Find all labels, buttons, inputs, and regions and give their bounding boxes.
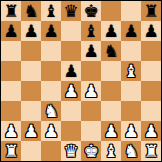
square-b1[interactable] [21, 141, 41, 161]
square-c3[interactable]: ♞ [41, 101, 61, 121]
square-d3[interactable] [61, 101, 81, 121]
square-c4[interactable] [41, 81, 61, 101]
square-d7[interactable] [61, 21, 81, 41]
piece-white-knight[interactable]: ♞ [123, 143, 138, 160]
square-c8[interactable]: ♝ [41, 1, 61, 21]
square-d8[interactable]: ♛ [61, 1, 81, 21]
square-g1[interactable]: ♞ [121, 141, 141, 161]
square-h8[interactable]: ♜ [141, 1, 161, 21]
square-g4[interactable] [121, 81, 141, 101]
square-g7[interactable]: ♟ [121, 21, 141, 41]
square-c7[interactable]: ♟ [41, 21, 61, 41]
piece-white-king[interactable]: ♚ [83, 143, 98, 160]
square-e8[interactable]: ♚ [81, 1, 101, 21]
square-d6[interactable] [61, 41, 81, 61]
piece-white-pawn[interactable]: ♟ [43, 123, 58, 140]
piece-black-queen[interactable]: ♛ [63, 3, 78, 20]
piece-black-pawn[interactable]: ♟ [123, 23, 138, 40]
square-g6[interactable] [121, 41, 141, 61]
square-e2[interactable] [81, 121, 101, 141]
square-e7[interactable]: ♝ [81, 21, 101, 41]
square-f4[interactable] [101, 81, 121, 101]
square-a4[interactable] [1, 81, 21, 101]
piece-black-pawn[interactable]: ♟ [3, 23, 18, 40]
square-b2[interactable]: ♟ [21, 121, 41, 141]
piece-white-queen[interactable]: ♛ [63, 143, 78, 160]
square-f3[interactable] [101, 101, 121, 121]
piece-black-pawn[interactable]: ♟ [103, 23, 118, 40]
square-h4[interactable] [141, 81, 161, 101]
piece-black-bishop[interactable]: ♝ [83, 23, 98, 40]
square-d1[interactable]: ♛ [61, 141, 81, 161]
piece-white-rook[interactable]: ♜ [143, 143, 158, 160]
chess-board: ♜♞♝♛♚♜♟♟♟♝♟♟♟♟♞♟♝♟♟♞♟♟♟♟♟♟♜♛♚♝♞♜ [1, 1, 161, 161]
piece-white-pawn[interactable]: ♟ [143, 123, 158, 140]
square-h5[interactable] [141, 61, 161, 81]
square-e4[interactable]: ♟ [81, 81, 101, 101]
square-d2[interactable] [61, 121, 81, 141]
square-f7[interactable]: ♟ [101, 21, 121, 41]
piece-black-pawn[interactable]: ♟ [23, 23, 38, 40]
piece-white-bishop[interactable]: ♝ [123, 63, 138, 80]
piece-black-bishop[interactable]: ♝ [43, 3, 58, 20]
square-b3[interactable] [21, 101, 41, 121]
square-a7[interactable]: ♟ [1, 21, 21, 41]
square-g5[interactable]: ♝ [121, 61, 141, 81]
square-b6[interactable] [21, 41, 41, 61]
square-c6[interactable] [41, 41, 61, 61]
piece-white-pawn[interactable]: ♟ [63, 83, 78, 100]
piece-black-king[interactable]: ♚ [83, 3, 98, 20]
square-e6[interactable]: ♟ [81, 41, 101, 61]
piece-white-pawn[interactable]: ♟ [83, 83, 98, 100]
piece-white-pawn[interactable]: ♟ [3, 123, 18, 140]
square-d4[interactable]: ♟ [61, 81, 81, 101]
piece-black-knight[interactable]: ♞ [103, 43, 118, 60]
piece-white-pawn[interactable]: ♟ [103, 123, 118, 140]
square-c1[interactable] [41, 141, 61, 161]
piece-white-knight[interactable]: ♞ [43, 103, 58, 120]
piece-black-rook[interactable]: ♜ [143, 3, 158, 20]
square-e1[interactable]: ♚ [81, 141, 101, 161]
square-h3[interactable] [141, 101, 161, 121]
chess-board-frame: ♜♞♝♛♚♜♟♟♟♝♟♟♟♟♞♟♝♟♟♞♟♟♟♟♟♟♜♛♚♝♞♜ [0, 0, 162, 162]
square-a2[interactable]: ♟ [1, 121, 21, 141]
square-a1[interactable]: ♜ [1, 141, 21, 161]
square-h6[interactable] [141, 41, 161, 61]
square-h7[interactable]: ♟ [141, 21, 161, 41]
piece-white-bishop[interactable]: ♝ [103, 143, 118, 160]
piece-black-rook[interactable]: ♜ [3, 3, 18, 20]
square-b4[interactable] [21, 81, 41, 101]
square-g8[interactable] [121, 1, 141, 21]
piece-black-knight[interactable]: ♞ [23, 3, 38, 20]
square-c2[interactable]: ♟ [41, 121, 61, 141]
piece-black-pawn[interactable]: ♟ [43, 23, 58, 40]
square-b7[interactable]: ♟ [21, 21, 41, 41]
square-d5[interactable]: ♟ [61, 61, 81, 81]
piece-black-pawn[interactable]: ♟ [83, 43, 98, 60]
square-a5[interactable] [1, 61, 21, 81]
square-e5[interactable] [81, 61, 101, 81]
square-a8[interactable]: ♜ [1, 1, 21, 21]
square-g3[interactable] [121, 101, 141, 121]
square-h1[interactable]: ♜ [141, 141, 161, 161]
square-f8[interactable] [101, 1, 121, 21]
piece-white-pawn[interactable]: ♟ [123, 123, 138, 140]
square-a3[interactable] [1, 101, 21, 121]
square-h2[interactable]: ♟ [141, 121, 161, 141]
piece-white-pawn[interactable]: ♟ [23, 123, 38, 140]
square-g2[interactable]: ♟ [121, 121, 141, 141]
piece-black-pawn[interactable]: ♟ [63, 63, 78, 80]
square-b5[interactable] [21, 61, 41, 81]
square-f5[interactable] [101, 61, 121, 81]
square-b8[interactable]: ♞ [21, 1, 41, 21]
square-f1[interactable]: ♝ [101, 141, 121, 161]
square-f6[interactable]: ♞ [101, 41, 121, 61]
square-f2[interactable]: ♟ [101, 121, 121, 141]
piece-white-rook[interactable]: ♜ [3, 143, 18, 160]
square-e3[interactable] [81, 101, 101, 121]
square-c5[interactable] [41, 61, 61, 81]
piece-black-pawn[interactable]: ♟ [143, 23, 158, 40]
square-a6[interactable] [1, 41, 21, 61]
